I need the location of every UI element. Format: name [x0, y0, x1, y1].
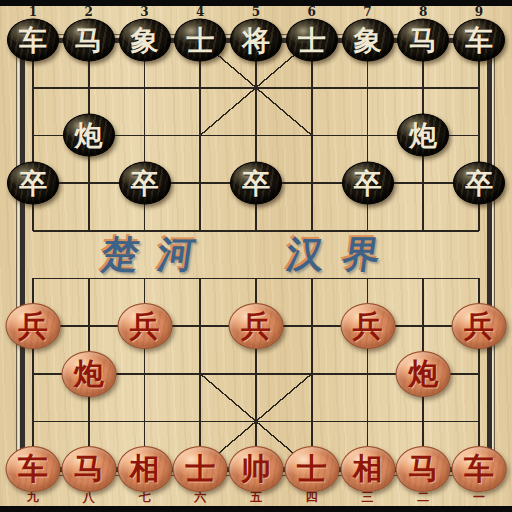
- xiangqi-board-screen: 123456789 九八七六五四三二一 楚河 汉界 车马象士将士象马车炮炮卒卒卒…: [0, 0, 512, 512]
- file-label-bottom-6: 四: [300, 491, 324, 504]
- file-label-bottom-2: 八: [77, 491, 101, 504]
- file-label-top-7: 7: [356, 6, 380, 19]
- piece-red-horse[interactable]: 马: [61, 446, 116, 492]
- black-advisor-glyph: 士: [298, 26, 326, 54]
- file-label-top-4: 4: [188, 6, 212, 19]
- piece-red-horse[interactable]: 马: [396, 446, 451, 492]
- black-soldier-glyph: 卒: [242, 169, 270, 197]
- file-label-top-8: 8: [411, 6, 435, 19]
- piece-black-elephant[interactable]: 象: [342, 19, 394, 62]
- piece-black-horse[interactable]: 马: [397, 19, 449, 62]
- piece-red-cannon[interactable]: 炮: [61, 351, 116, 397]
- red-cannon-glyph: 炮: [74, 359, 104, 389]
- piece-black-soldier[interactable]: 卒: [7, 162, 59, 205]
- piece-black-soldier[interactable]: 卒: [230, 162, 282, 205]
- piece-red-soldier[interactable]: 兵: [229, 303, 284, 349]
- file-label-top-1: 1: [21, 6, 45, 19]
- file-label-bottom-4: 六: [188, 491, 212, 504]
- piece-red-chariot[interactable]: 车: [6, 446, 61, 492]
- piece-black-advisor[interactable]: 士: [286, 19, 338, 62]
- piece-red-soldier[interactable]: 兵: [117, 303, 172, 349]
- piece-black-soldier[interactable]: 卒: [342, 162, 394, 205]
- red-horse-glyph: 马: [74, 454, 104, 484]
- red-soldier-glyph: 兵: [353, 311, 383, 341]
- black-cannon-glyph: 炮: [75, 121, 103, 149]
- piece-black-general[interactable]: 将: [230, 19, 282, 62]
- red-elephant-glyph: 相: [130, 454, 160, 484]
- file-label-top-3: 3: [133, 6, 157, 19]
- piece-red-advisor[interactable]: 士: [173, 446, 228, 492]
- piece-black-horse[interactable]: 马: [63, 19, 115, 62]
- black-chariot-glyph: 车: [19, 26, 47, 54]
- piece-black-soldier[interactable]: 卒: [119, 162, 171, 205]
- file-label-bottom-3: 七: [133, 491, 157, 504]
- piece-red-advisor[interactable]: 士: [284, 446, 339, 492]
- file-label-bottom-8: 二: [411, 491, 435, 504]
- river-label-left: 楚河: [99, 234, 217, 274]
- red-general-glyph: 帅: [241, 454, 271, 484]
- red-elephant-glyph: 相: [353, 454, 383, 484]
- piece-red-soldier[interactable]: 兵: [6, 303, 61, 349]
- black-cannon-glyph: 炮: [409, 121, 437, 149]
- piece-red-elephant[interactable]: 相: [117, 446, 172, 492]
- file-label-top-5: 5: [244, 6, 268, 19]
- black-elephant-glyph: 象: [131, 26, 159, 54]
- piece-black-chariot[interactable]: 车: [7, 19, 59, 62]
- piece-red-chariot[interactable]: 车: [452, 446, 507, 492]
- black-advisor-glyph: 士: [186, 26, 214, 54]
- red-soldier-glyph: 兵: [18, 311, 48, 341]
- black-horse-glyph: 马: [409, 26, 437, 54]
- piece-black-cannon[interactable]: 炮: [63, 114, 115, 157]
- piece-red-soldier[interactable]: 兵: [340, 303, 395, 349]
- piece-red-cannon[interactable]: 炮: [396, 351, 451, 397]
- file-label-bottom-5: 五: [244, 491, 268, 504]
- river-label-right: 汉界: [284, 234, 402, 274]
- black-horse-glyph: 马: [75, 26, 103, 54]
- piece-black-advisor[interactable]: 士: [174, 19, 226, 62]
- black-general-glyph: 将: [242, 26, 270, 54]
- board-grid-lines: [0, 0, 512, 512]
- red-chariot-glyph: 车: [464, 454, 494, 484]
- black-soldier-glyph: 卒: [354, 169, 382, 197]
- red-cannon-glyph: 炮: [408, 359, 438, 389]
- red-advisor-glyph: 士: [185, 454, 215, 484]
- file-label-top-2: 2: [77, 6, 101, 19]
- file-label-bottom-7: 三: [356, 491, 380, 504]
- piece-red-soldier[interactable]: 兵: [452, 303, 507, 349]
- piece-black-soldier[interactable]: 卒: [453, 162, 505, 205]
- piece-red-elephant[interactable]: 相: [340, 446, 395, 492]
- black-soldier-glyph: 卒: [465, 169, 493, 197]
- file-label-bottom-1: 九: [21, 491, 45, 504]
- red-soldier-glyph: 兵: [130, 311, 160, 341]
- red-chariot-glyph: 车: [18, 454, 48, 484]
- file-label-bottom-9: 一: [467, 491, 491, 504]
- piece-red-general[interactable]: 帅: [229, 446, 284, 492]
- piece-black-chariot[interactable]: 车: [453, 19, 505, 62]
- black-chariot-glyph: 车: [465, 26, 493, 54]
- black-soldier-glyph: 卒: [19, 169, 47, 197]
- file-label-top-6: 6: [300, 6, 324, 19]
- red-soldier-glyph: 兵: [241, 311, 271, 341]
- red-horse-glyph: 马: [408, 454, 438, 484]
- black-soldier-glyph: 卒: [131, 169, 159, 197]
- file-label-top-9: 9: [467, 6, 491, 19]
- red-soldier-glyph: 兵: [464, 311, 494, 341]
- red-advisor-glyph: 士: [297, 454, 327, 484]
- black-elephant-glyph: 象: [354, 26, 382, 54]
- piece-black-elephant[interactable]: 象: [119, 19, 171, 62]
- piece-black-cannon[interactable]: 炮: [397, 114, 449, 157]
